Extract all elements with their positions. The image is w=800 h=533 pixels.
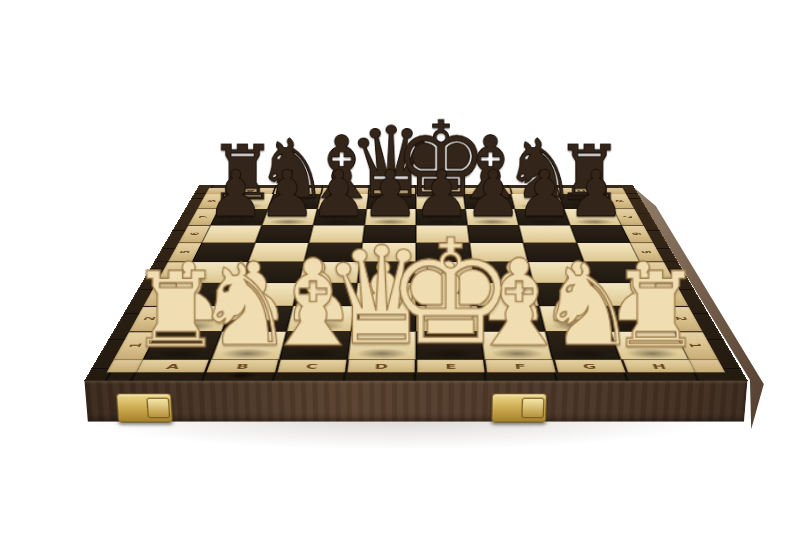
chess-set-photo: ABCDEFGH ABCDEFGH 87654321 87654321 ♜♞♝♛… — [0, 0, 800, 533]
piece-black-pawn[interactable]: ♟ — [516, 162, 574, 226]
brass-latch-left — [116, 393, 173, 423]
square-g7[interactable]: ♟ — [515, 209, 570, 225]
piece-black-pawn[interactable]: ♟ — [567, 162, 625, 226]
brass-latch-right — [491, 393, 547, 423]
square-h7[interactable]: ♟ — [564, 209, 621, 225]
piece-black-pawn[interactable]: ♟ — [258, 162, 316, 226]
chess-board-grid: ♜♞♝♛♚♝♞♜♟♟♟♟♟♟♟♟♟♟♟♟♟♟♟♟♜♞♝♛♚♝♞♜ — [143, 194, 689, 359]
piece-white-king[interactable]: ♚ — [385, 220, 515, 365]
burn-mark — [227, 372, 257, 380]
box-front-face — [84, 381, 747, 422]
piece-black-pawn[interactable]: ♟ — [207, 162, 265, 226]
square-e1[interactable]: ♚ — [416, 331, 484, 359]
chess-board: ABCDEFGH ABCDEFGH 87654321 87654321 ♜♞♝♛… — [84, 185, 747, 381]
piece-black-pawn[interactable]: ♟ — [310, 162, 368, 226]
